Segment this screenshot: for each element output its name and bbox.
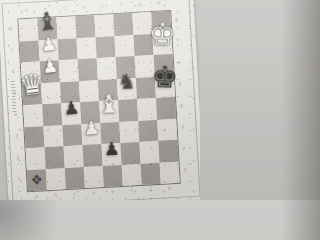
square-b4 — [42, 103, 62, 126]
rank-label-left-4: 4 — [14, 113, 17, 118]
square-h6 — [154, 54, 174, 77]
square-e6 — [97, 57, 117, 80]
file-label-top-e: e — [101, 4, 104, 9]
square-g3 — [138, 119, 158, 142]
square-a3 — [24, 126, 44, 149]
file-label-top-h: h — [158, 1, 161, 6]
square-a4 — [23, 104, 43, 127]
file-label-bottom-c: c — [73, 192, 76, 197]
square-h7 — [152, 32, 172, 55]
square-h4 — [156, 97, 176, 120]
file-label-bottom-f: f — [131, 189, 133, 194]
file-label-bottom-g: g — [149, 188, 152, 193]
rank-label-right-5: 5 — [179, 82, 182, 87]
square-e1 — [103, 164, 123, 187]
file-label-top-d: d — [82, 6, 85, 11]
square-e2 — [101, 143, 121, 166]
square-b5 — [41, 82, 61, 105]
rank-label-left-2: 2 — [17, 156, 20, 161]
square-a8 — [18, 18, 38, 41]
square-f1 — [122, 163, 142, 186]
rank-label-right-1: 1 — [184, 168, 187, 173]
file-label-bottom-b: b — [54, 193, 57, 198]
square-b8 — [37, 17, 57, 40]
file-label-top-b: b — [44, 8, 47, 13]
square-g8 — [132, 12, 152, 35]
file-label-bottom-d: d — [92, 191, 95, 196]
square-g5 — [136, 76, 156, 99]
square-f6 — [116, 56, 136, 79]
rank-label-right-2: 2 — [182, 147, 185, 152]
square-g7 — [133, 34, 153, 57]
square-d4 — [80, 101, 100, 124]
square-d7 — [76, 37, 96, 60]
square-d6 — [78, 58, 98, 81]
square-b7 — [39, 39, 59, 62]
rank-label-right-7: 7 — [176, 40, 179, 45]
square-e7 — [95, 36, 115, 59]
square-b6 — [40, 60, 60, 83]
board-margin-print-smudge — [11, 81, 17, 113]
file-label-bottom-h: h — [168, 187, 171, 192]
square-a6 — [21, 61, 41, 84]
file-label-bottom-e: e — [111, 190, 114, 195]
square-h5 — [155, 75, 175, 98]
square-h2 — [158, 140, 178, 163]
square-a5 — [22, 83, 42, 106]
square-e8 — [94, 14, 114, 37]
rank-label-right-8: 8 — [175, 18, 178, 23]
rank-label-left-8: 8 — [9, 27, 12, 32]
square-d1 — [84, 166, 104, 189]
square-g1 — [141, 162, 161, 185]
square-d3 — [81, 123, 101, 146]
square-b3 — [43, 125, 63, 148]
square-a2 — [26, 147, 46, 170]
square-e3 — [100, 122, 120, 145]
square-h1 — [160, 161, 180, 184]
rank-label-right-4: 4 — [180, 104, 183, 109]
square-c5 — [60, 81, 80, 104]
square-b1 — [46, 168, 66, 191]
square-g6 — [135, 55, 155, 78]
rank-label-left-7: 7 — [11, 49, 14, 54]
square-g2 — [139, 141, 159, 164]
chess-board-grid: ❖♝♟♚♟♛♞♚♟♝♟♟ — [17, 10, 180, 192]
rank-label-left-6: 6 — [12, 70, 15, 75]
square-h3 — [157, 118, 177, 141]
square-f2 — [120, 142, 140, 165]
square-c1 — [65, 167, 85, 190]
rank-label-left-3: 3 — [15, 135, 18, 140]
file-label-top-g: g — [139, 2, 142, 7]
file-label-top-c: c — [63, 7, 66, 12]
square-h8 — [151, 11, 171, 34]
square-a7 — [20, 40, 40, 63]
square-c3 — [62, 124, 82, 147]
square-f3 — [119, 120, 139, 143]
vinyl-board-mat: ❖♝♟♚♟♛♞♚♟♝♟♟ 8877665544332211aabbccddeef… — [0, 0, 200, 200]
square-d5 — [79, 80, 99, 103]
square-c2 — [64, 145, 84, 168]
square-e5 — [98, 79, 118, 102]
board-corner-emblem: ❖ — [30, 173, 43, 188]
rank-label-left-5: 5 — [13, 92, 16, 97]
square-f7 — [114, 35, 134, 58]
square-c8 — [56, 16, 76, 39]
square-f4 — [118, 99, 138, 122]
square-f8 — [113, 13, 133, 36]
square-c7 — [58, 38, 78, 61]
square-c6 — [59, 59, 79, 82]
rank-label-right-3: 3 — [181, 125, 184, 130]
file-label-bottom-a: a — [35, 194, 38, 199]
rank-label-right-6: 6 — [178, 61, 181, 66]
file-label-top-a: a — [25, 9, 28, 14]
square-f5 — [117, 78, 137, 101]
rank-label-left-1: 1 — [18, 178, 21, 183]
square-d2 — [82, 144, 102, 167]
square-b2 — [45, 146, 65, 169]
file-label-top-f: f — [120, 3, 122, 8]
square-d8 — [75, 15, 95, 38]
square-a1: ❖ — [27, 169, 47, 192]
square-c4 — [61, 102, 81, 125]
square-e4 — [99, 100, 119, 123]
square-g4 — [137, 98, 157, 121]
